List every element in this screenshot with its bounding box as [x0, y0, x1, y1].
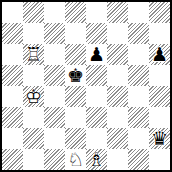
square-c7[interactable] — [44, 23, 65, 44]
square-a4[interactable] — [2, 86, 23, 107]
square-f2[interactable] — [107, 128, 128, 149]
square-c6[interactable] — [44, 44, 65, 65]
white-knight: ♞♘ — [65, 149, 86, 170]
square-d5[interactable]: ♚ — [65, 65, 86, 86]
square-f4[interactable] — [107, 86, 128, 107]
white-rook: ♜♖ — [23, 44, 44, 65]
square-h2[interactable]: ♛ — [149, 128, 170, 149]
white-king-outline: ♔ — [23, 86, 44, 107]
square-h1[interactable] — [149, 149, 170, 170]
square-d1[interactable]: ♞♘ — [65, 149, 86, 170]
square-b3[interactable] — [23, 107, 44, 128]
black-king-glyph: ♚ — [65, 65, 86, 86]
square-g5[interactable] — [128, 65, 149, 86]
square-e5[interactable] — [86, 65, 107, 86]
black-pawn-glyph: ♟ — [86, 44, 107, 65]
square-g3[interactable] — [128, 107, 149, 128]
square-c1[interactable] — [44, 149, 65, 170]
square-a5[interactable] — [2, 65, 23, 86]
square-a3[interactable] — [2, 107, 23, 128]
square-b4[interactable]: ♚♔ — [23, 86, 44, 107]
square-f3[interactable] — [107, 107, 128, 128]
square-d2[interactable] — [65, 128, 86, 149]
square-h5[interactable] — [149, 65, 170, 86]
square-g2[interactable] — [128, 128, 149, 149]
square-h6[interactable]: ♟ — [149, 44, 170, 65]
square-h3[interactable] — [149, 107, 170, 128]
black-pawn: ♟ — [149, 44, 170, 65]
square-e3[interactable] — [86, 107, 107, 128]
square-h7[interactable] — [149, 23, 170, 44]
square-e8[interactable] — [86, 2, 107, 23]
square-c2[interactable] — [44, 128, 65, 149]
square-d4[interactable] — [65, 86, 86, 107]
square-d7[interactable] — [65, 23, 86, 44]
chess-board: ♜♖♟♟♚♚♔♛♞♘♝♗ — [0, 0, 172, 172]
square-a8[interactable] — [2, 2, 23, 23]
square-a1[interactable] — [2, 149, 23, 170]
square-a7[interactable] — [2, 23, 23, 44]
black-king: ♚ — [65, 65, 86, 86]
square-c8[interactable] — [44, 2, 65, 23]
square-f6[interactable] — [107, 44, 128, 65]
square-f8[interactable] — [107, 2, 128, 23]
square-e4[interactable] — [86, 86, 107, 107]
square-c5[interactable] — [44, 65, 65, 86]
square-b2[interactable] — [23, 128, 44, 149]
square-e6[interactable]: ♟ — [86, 44, 107, 65]
square-f7[interactable] — [107, 23, 128, 44]
square-f1[interactable] — [107, 149, 128, 170]
square-e7[interactable] — [86, 23, 107, 44]
square-d6[interactable] — [65, 44, 86, 65]
square-b1[interactable] — [23, 149, 44, 170]
square-f5[interactable] — [107, 65, 128, 86]
black-pawn: ♟ — [86, 44, 107, 65]
white-rook-outline: ♖ — [23, 44, 44, 65]
square-a6[interactable] — [2, 44, 23, 65]
square-b6[interactable]: ♜♖ — [23, 44, 44, 65]
square-c3[interactable] — [44, 107, 65, 128]
square-d8[interactable] — [65, 2, 86, 23]
square-h8[interactable] — [149, 2, 170, 23]
square-g8[interactable] — [128, 2, 149, 23]
square-g7[interactable] — [128, 23, 149, 44]
square-g6[interactable] — [128, 44, 149, 65]
square-e2[interactable] — [86, 128, 107, 149]
white-knight-outline: ♘ — [65, 149, 86, 170]
black-queen-glyph: ♛ — [149, 128, 170, 149]
white-bishop: ♝♗ — [86, 149, 107, 170]
square-h4[interactable] — [149, 86, 170, 107]
square-g4[interactable] — [128, 86, 149, 107]
white-king: ♚♔ — [23, 86, 44, 107]
square-g1[interactable] — [128, 149, 149, 170]
square-b5[interactable] — [23, 65, 44, 86]
square-b7[interactable] — [23, 23, 44, 44]
square-a2[interactable] — [2, 128, 23, 149]
white-bishop-outline: ♗ — [86, 149, 107, 170]
black-pawn-glyph: ♟ — [149, 44, 170, 65]
square-b8[interactable] — [23, 2, 44, 23]
square-d3[interactable] — [65, 107, 86, 128]
square-c4[interactable] — [44, 86, 65, 107]
square-e1[interactable]: ♝♗ — [86, 149, 107, 170]
black-queen: ♛ — [149, 128, 170, 149]
